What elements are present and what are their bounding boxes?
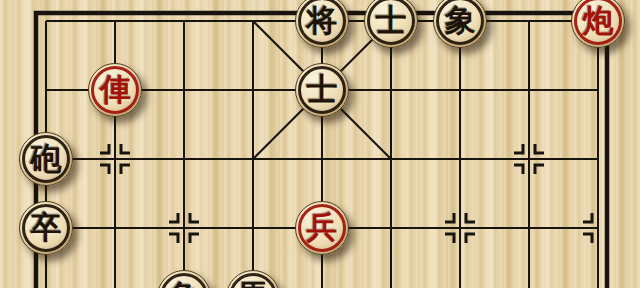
piece-black-cannon[interactable]: 砲 xyxy=(19,132,73,186)
piece-glyph: 馬 xyxy=(227,271,279,288)
xiangqi-board: 将士象炮俥士砲卒兵象馬 xyxy=(0,0,640,288)
piece-black-general[interactable]: 将 xyxy=(295,0,349,48)
piece-black-advisor[interactable]: 士 xyxy=(295,63,349,117)
piece-red-soldier[interactable]: 兵 xyxy=(295,201,349,255)
piece-glyph: 砲 xyxy=(20,133,72,185)
piece-red-cannon[interactable]: 炮 xyxy=(571,0,625,48)
piece-red-chariot[interactable]: 俥 xyxy=(88,63,142,117)
piece-black-elephant[interactable]: 象 xyxy=(433,0,487,48)
piece-glyph: 象 xyxy=(158,271,210,288)
piece-black-advisor[interactable]: 士 xyxy=(364,0,418,48)
piece-black-soldier[interactable]: 卒 xyxy=(19,201,73,255)
piece-glyph: 俥 xyxy=(89,64,141,116)
pieces-layer: 将士象炮俥士砲卒兵象馬 xyxy=(0,0,640,288)
piece-glyph: 兵 xyxy=(296,202,348,254)
piece-black-elephant[interactable]: 象 xyxy=(157,270,211,288)
piece-glyph: 士 xyxy=(365,0,417,47)
piece-black-horse[interactable]: 馬 xyxy=(226,270,280,288)
piece-glyph: 将 xyxy=(296,0,348,47)
piece-glyph: 炮 xyxy=(572,0,624,47)
piece-glyph: 卒 xyxy=(20,202,72,254)
piece-glyph: 士 xyxy=(296,64,348,116)
piece-glyph: 象 xyxy=(434,0,486,47)
